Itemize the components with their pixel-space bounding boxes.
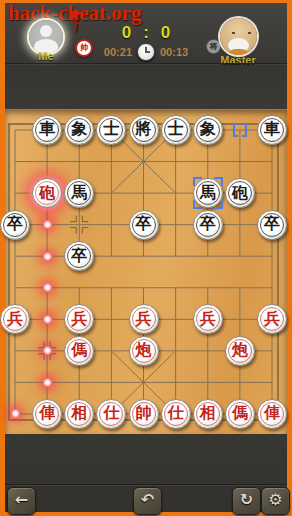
- black-piece-卒[interactable]: 卒: [127, 209, 159, 241]
- refresh-button[interactable]: ↻: [232, 487, 261, 515]
- timer-me: 00:21: [104, 46, 132, 58]
- red-piece-兵[interactable]: 兵: [0, 304, 31, 336]
- suggestion-dot: [31, 272, 63, 304]
- red-piece-相[interactable]: 相: [192, 398, 224, 430]
- piece-grid: 車象士將士象車砲馬馬砲卒卒卒卒卒兵兵兵兵兵傌炮炮俥相仕帥仕相傌俥: [0, 114, 288, 429]
- black-piece-砲[interactable]: 砲: [31, 177, 63, 209]
- red-piece-兵[interactable]: 兵: [63, 304, 95, 336]
- red-piece-相[interactable]: 相: [63, 398, 95, 430]
- score-separator: :: [143, 23, 149, 43]
- timer-master: 00:13: [160, 46, 188, 58]
- suggestion-dot: [31, 367, 63, 399]
- score-left: 0: [122, 23, 131, 43]
- red-piece-仕[interactable]: 仕: [95, 398, 127, 430]
- black-piece-卒[interactable]: 卒: [63, 240, 95, 272]
- red-piece-炮[interactable]: 炮: [127, 335, 159, 367]
- black-piece-卒[interactable]: 卒: [192, 209, 224, 241]
- red-piece-仕[interactable]: 仕: [160, 398, 192, 430]
- footer-bar: ←↶↻⚙: [5, 434, 287, 512]
- black-piece-象[interactable]: 象: [192, 114, 224, 146]
- black-piece-卒[interactable]: 卒: [256, 209, 288, 241]
- master-face-icon: [232, 32, 251, 34]
- red-piece-傌[interactable]: 傌: [224, 398, 256, 430]
- last-move-selection-bracket: [214, 200, 223, 209]
- black-piece-卒[interactable]: 卒: [0, 209, 31, 241]
- settings-button[interactable]: ⚙: [261, 487, 290, 515]
- red-piece-兵[interactable]: 兵: [256, 304, 288, 336]
- player-master-avatar: [220, 18, 257, 55]
- footer-divider: [5, 484, 287, 485]
- red-piece-俥[interactable]: 俥: [256, 398, 288, 430]
- undo-button[interactable]: ↶: [133, 487, 162, 515]
- last-move-selection-bracket: [214, 177, 223, 186]
- black-piece-車[interactable]: 車: [31, 114, 63, 146]
- black-piece-砲[interactable]: 砲: [224, 177, 256, 209]
- clock-icon: [137, 43, 155, 61]
- last-move-selection-bracket: [193, 200, 202, 209]
- suggestion-dot: [31, 209, 63, 241]
- red-piece-炮[interactable]: 炮: [224, 335, 256, 367]
- black-piece-象[interactable]: 象: [63, 114, 95, 146]
- black-piece-馬[interactable]: 馬: [63, 177, 95, 209]
- red-piece-兵[interactable]: 兵: [192, 304, 224, 336]
- last-move-selection-bracket: [193, 177, 202, 186]
- score-right: 0: [161, 23, 170, 43]
- last-move-origin-marker: [224, 114, 256, 146]
- red-piece-俥[interactable]: 俥: [31, 398, 63, 430]
- black-piece-士[interactable]: 士: [160, 114, 192, 146]
- player-master-name: Master: [203, 54, 273, 66]
- red-piece-兵[interactable]: 兵: [127, 304, 159, 336]
- black-piece-士[interactable]: 士: [95, 114, 127, 146]
- suggestion-dot: [31, 335, 63, 367]
- black-piece-馬[interactable]: 馬: [192, 177, 224, 209]
- xiangqi-board[interactable]: 車象士將士象車砲馬馬砲卒卒卒卒卒兵兵兵兵兵傌炮炮俥相仕帥仕相傌俥: [5, 109, 287, 434]
- red-piece-帥[interactable]: 帥: [127, 398, 159, 430]
- suggestion-dot: [31, 240, 63, 272]
- black-side-badge: 将: [206, 39, 221, 54]
- suggestion-dot: [0, 398, 31, 430]
- black-piece-車[interactable]: 車: [256, 114, 288, 146]
- header-bar: hack-cheat.org 帅 Me 0 : 0 00:21 00:13 将 …: [5, 3, 287, 109]
- suggestion-dot: [31, 304, 63, 336]
- app-frame: hack-cheat.org 帅 Me 0 : 0 00:21 00:13 将 …: [5, 3, 287, 512]
- black-piece-將[interactable]: 將: [127, 114, 159, 146]
- red-piece-傌[interactable]: 傌: [63, 335, 95, 367]
- back-button[interactable]: ←: [7, 487, 36, 515]
